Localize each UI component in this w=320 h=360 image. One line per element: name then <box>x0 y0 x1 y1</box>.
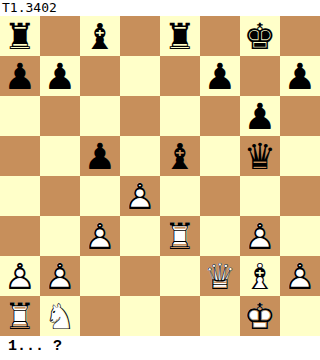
piece-black-pawn: ♟ <box>40 56 80 96</box>
square-h2[interactable]: ♟♙ <box>280 256 320 296</box>
piece-black-rook: ♜ <box>160 16 200 56</box>
piece-black-pawn: ♟ <box>200 56 240 96</box>
square-c4[interactable] <box>80 176 120 216</box>
square-f3[interactable] <box>200 216 240 256</box>
piece-white-bishop: ♝♗ <box>240 256 280 296</box>
square-g1[interactable]: ♚♔ <box>240 296 280 336</box>
piece-white-rook: ♜♖ <box>0 296 40 336</box>
square-e7[interactable] <box>160 56 200 96</box>
piece-black-pawn: ♟ <box>0 56 40 96</box>
square-d7[interactable] <box>120 56 160 96</box>
square-f7[interactable]: ♟ <box>200 56 240 96</box>
square-g5[interactable]: ♛ <box>240 136 280 176</box>
piece-white-pawn: ♟♙ <box>280 256 320 296</box>
square-f6[interactable] <box>200 96 240 136</box>
square-c6[interactable] <box>80 96 120 136</box>
square-g2[interactable]: ♝♗ <box>240 256 280 296</box>
piece-white-pawn: ♟♙ <box>240 216 280 256</box>
square-h6[interactable] <box>280 96 320 136</box>
square-g3[interactable]: ♟♙ <box>240 216 280 256</box>
piece-white-pawn: ♟♙ <box>120 176 160 216</box>
square-b4[interactable] <box>40 176 80 216</box>
square-b6[interactable] <box>40 96 80 136</box>
square-d5[interactable] <box>120 136 160 176</box>
piece-white-pawn: ♟♙ <box>0 256 40 296</box>
square-a6[interactable] <box>0 96 40 136</box>
square-e2[interactable] <box>160 256 200 296</box>
square-h1[interactable] <box>280 296 320 336</box>
square-b1[interactable]: ♞♘ <box>40 296 80 336</box>
square-g8[interactable]: ♚ <box>240 16 280 56</box>
square-d1[interactable] <box>120 296 160 336</box>
square-d8[interactable] <box>120 16 160 56</box>
square-d6[interactable] <box>120 96 160 136</box>
square-a3[interactable] <box>0 216 40 256</box>
piece-white-pawn: ♟♙ <box>80 216 120 256</box>
square-f5[interactable] <box>200 136 240 176</box>
piece-black-bishop: ♝ <box>80 16 120 56</box>
square-a1[interactable]: ♜♖ <box>0 296 40 336</box>
piece-white-queen: ♛♕ <box>200 256 240 296</box>
square-b7[interactable]: ♟ <box>40 56 80 96</box>
chess-board: ♜♝♜♚♟♟♟♟♟♟♝♛♟♙♟♙♜♖♟♙♟♙♟♙♛♕♝♗♟♙♜♖♞♘♚♔ <box>0 16 320 336</box>
square-c5[interactable]: ♟ <box>80 136 120 176</box>
piece-white-knight: ♞♘ <box>40 296 80 336</box>
square-g7[interactable] <box>240 56 280 96</box>
square-e1[interactable] <box>160 296 200 336</box>
square-h4[interactable] <box>280 176 320 216</box>
piece-black-pawn: ♟ <box>240 96 280 136</box>
square-d3[interactable] <box>120 216 160 256</box>
square-d2[interactable] <box>120 256 160 296</box>
square-g4[interactable] <box>240 176 280 216</box>
square-e5[interactable]: ♝ <box>160 136 200 176</box>
square-e6[interactable] <box>160 96 200 136</box>
square-g6[interactable]: ♟ <box>240 96 280 136</box>
square-b3[interactable] <box>40 216 80 256</box>
piece-white-king: ♚♔ <box>240 296 280 336</box>
piece-black-bishop: ♝ <box>160 136 200 176</box>
piece-white-pawn: ♟♙ <box>40 256 80 296</box>
square-c2[interactable] <box>80 256 120 296</box>
square-h3[interactable] <box>280 216 320 256</box>
square-e8[interactable]: ♜ <box>160 16 200 56</box>
piece-white-rook: ♜♖ <box>160 216 200 256</box>
square-e3[interactable]: ♜♖ <box>160 216 200 256</box>
piece-black-pawn: ♟ <box>80 136 120 176</box>
square-h7[interactable]: ♟ <box>280 56 320 96</box>
square-h5[interactable] <box>280 136 320 176</box>
square-h8[interactable] <box>280 16 320 56</box>
square-c3[interactable]: ♟♙ <box>80 216 120 256</box>
piece-black-king: ♚ <box>240 16 280 56</box>
move-prompt: 1... ? <box>8 336 62 358</box>
square-a5[interactable] <box>0 136 40 176</box>
square-e4[interactable] <box>160 176 200 216</box>
square-f8[interactable] <box>200 16 240 56</box>
square-a2[interactable]: ♟♙ <box>0 256 40 296</box>
square-f2[interactable]: ♛♕ <box>200 256 240 296</box>
square-c1[interactable] <box>80 296 120 336</box>
piece-black-pawn: ♟ <box>280 56 320 96</box>
piece-black-rook: ♜ <box>0 16 40 56</box>
square-d4[interactable]: ♟♙ <box>120 176 160 216</box>
square-a8[interactable]: ♜ <box>0 16 40 56</box>
square-c7[interactable] <box>80 56 120 96</box>
diagram-title: T1.3402 <box>0 0 320 16</box>
square-b2[interactable]: ♟♙ <box>40 256 80 296</box>
square-c8[interactable]: ♝ <box>80 16 120 56</box>
square-b5[interactable] <box>40 136 80 176</box>
square-a7[interactable]: ♟ <box>0 56 40 96</box>
piece-black-queen: ♛ <box>240 136 280 176</box>
square-f1[interactable] <box>200 296 240 336</box>
square-b8[interactable] <box>40 16 80 56</box>
square-a4[interactable] <box>0 176 40 216</box>
square-f4[interactable] <box>200 176 240 216</box>
